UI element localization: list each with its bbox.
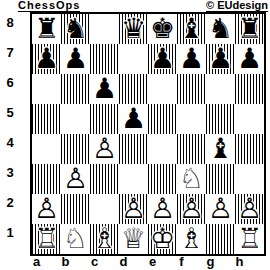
piece-glyph: ♟: [90, 74, 119, 104]
rank-labels: 87654321: [0, 14, 20, 254]
file-label-c: c: [80, 255, 109, 269]
square-g5[interactable]: [206, 104, 235, 134]
square-b1[interactable]: ♞♘: [61, 224, 90, 254]
piece-black-bishop-g4[interactable]: ♝: [206, 134, 235, 164]
square-e8[interactable]: ♚: [148, 14, 177, 44]
piece-black-pawn-h7[interactable]: ♟: [235, 44, 264, 74]
square-h3[interactable]: [235, 164, 264, 194]
piece-black-queen-d8[interactable]: ♛: [119, 14, 148, 44]
rank-label-7: 7: [0, 38, 20, 68]
square-h1[interactable]: ♜♖: [235, 224, 264, 254]
square-f5[interactable]: [177, 104, 206, 134]
piece-outline-glyph: ♘: [177, 164, 206, 194]
piece-glyph: ♞: [61, 14, 90, 44]
square-h5[interactable]: [235, 104, 264, 134]
square-c2[interactable]: [90, 194, 119, 224]
square-a1[interactable]: ♜♖: [32, 224, 61, 254]
square-e6[interactable]: [148, 74, 177, 104]
square-d7[interactable]: [119, 44, 148, 74]
piece-outline-glyph: ♖: [235, 224, 264, 254]
square-h6[interactable]: [235, 74, 264, 104]
square-c7[interactable]: [90, 44, 119, 74]
piece-white-pawn-b3[interactable]: ♟♙: [61, 164, 90, 194]
piece-black-rook-a8[interactable]: ♜: [32, 14, 61, 44]
square-e4[interactable]: [148, 134, 177, 164]
file-labels: abcdefgh: [32, 255, 264, 269]
piece-white-bishop-f1[interactable]: ♝♗: [177, 224, 206, 254]
piece-white-queen-d1[interactable]: ♛♕: [119, 224, 148, 254]
piece-black-pawn-d5[interactable]: ♟: [119, 104, 148, 134]
piece-white-rook-h1[interactable]: ♜♖: [235, 224, 264, 254]
square-f2[interactable]: ♟♙: [177, 194, 206, 224]
square-d8[interactable]: ♛: [119, 14, 148, 44]
file-label-f: f: [167, 255, 196, 269]
piece-white-pawn-f2[interactable]: ♟♙: [177, 194, 206, 224]
square-d2[interactable]: ♟♙: [119, 194, 148, 224]
square-f1[interactable]: ♝♗: [177, 224, 206, 254]
piece-glyph: ♟: [235, 44, 264, 74]
file-label-h: h: [225, 255, 254, 269]
piece-black-pawn-a7[interactable]: ♟: [32, 44, 61, 74]
square-c6[interactable]: ♟: [90, 74, 119, 104]
piece-glyph: ♟: [177, 44, 206, 74]
piece-glyph: ♛: [119, 14, 148, 44]
piece-glyph: ♜: [235, 14, 264, 44]
square-a3[interactable]: [32, 164, 61, 194]
piece-black-pawn-f7[interactable]: ♟: [177, 44, 206, 74]
piece-glyph: ♟: [148, 44, 177, 74]
file-label-b: b: [51, 255, 80, 269]
piece-outline-glyph: ♙: [206, 194, 235, 224]
piece-glyph: ♟: [32, 44, 61, 74]
square-f8[interactable]: ♝: [177, 14, 206, 44]
square-b5[interactable]: [61, 104, 90, 134]
app-title: ChessOps: [18, 0, 80, 12]
piece-outline-glyph: ♙: [148, 194, 177, 224]
piece-white-pawn-g2[interactable]: ♟♙: [206, 194, 235, 224]
credit-label: © EUdesign: [206, 0, 268, 12]
piece-outline-glyph: ♖: [32, 224, 61, 254]
piece-black-pawn-c6[interactable]: ♟: [90, 74, 119, 104]
square-f4[interactable]: [177, 134, 206, 164]
piece-black-bishop-f8[interactable]: ♝: [177, 14, 206, 44]
rank-label-5: 5: [0, 98, 20, 128]
square-h7[interactable]: ♟: [235, 44, 264, 74]
square-e1[interactable]: ♚♔: [148, 224, 177, 254]
square-g8[interactable]: ♞: [206, 14, 235, 44]
square-g2[interactable]: ♟♙: [206, 194, 235, 224]
file-label-e: e: [138, 255, 167, 269]
piece-outline-glyph: ♙: [90, 134, 119, 164]
piece-glyph: ♝: [206, 134, 235, 164]
piece-outline-glyph: ♙: [61, 164, 90, 194]
square-g4[interactable]: ♝: [206, 134, 235, 164]
piece-black-pawn-b7[interactable]: ♟: [61, 44, 90, 74]
piece-outline-glyph: ♘: [61, 224, 90, 254]
piece-white-pawn-d2[interactable]: ♟♙: [119, 194, 148, 224]
piece-glyph: ♟: [61, 44, 90, 74]
piece-glyph: ♟: [206, 44, 235, 74]
square-g3[interactable]: [206, 164, 235, 194]
square-b3[interactable]: ♟♙: [61, 164, 90, 194]
piece-white-knight-f3[interactable]: ♞♘: [177, 164, 206, 194]
piece-black-pawn-e7[interactable]: ♟: [148, 44, 177, 74]
piece-glyph: ♞: [206, 14, 235, 44]
square-e5[interactable]: [148, 104, 177, 134]
square-d6[interactable]: [119, 74, 148, 104]
square-d4[interactable]: [119, 134, 148, 164]
rank-label-8: 8: [0, 8, 20, 38]
square-a8[interactable]: ♜: [32, 14, 61, 44]
piece-black-knight-b8[interactable]: ♞: [61, 14, 90, 44]
file-label-a: a: [22, 255, 51, 269]
piece-black-king-e8[interactable]: ♚: [148, 14, 177, 44]
piece-outline-glyph: ♗: [90, 224, 119, 254]
square-d3[interactable]: [119, 164, 148, 194]
piece-white-knight-b1[interactable]: ♞♘: [61, 224, 90, 254]
square-e3[interactable]: [148, 164, 177, 194]
file-label-g: g: [196, 255, 225, 269]
square-b4[interactable]: [61, 134, 90, 164]
piece-glyph: ♜: [32, 14, 61, 44]
square-c4[interactable]: ♟♙: [90, 134, 119, 164]
square-c8[interactable]: [90, 14, 119, 44]
piece-white-rook-a1[interactable]: ♜♖: [32, 224, 61, 254]
square-d1[interactable]: ♛♕: [119, 224, 148, 254]
square-d5[interactable]: ♟: [119, 104, 148, 134]
piece-glyph: ♟: [119, 104, 148, 134]
square-f6[interactable]: [177, 74, 206, 104]
rank-label-1: 1: [0, 218, 20, 248]
square-a5[interactable]: [32, 104, 61, 134]
square-a4[interactable]: [32, 134, 61, 164]
piece-outline-glyph: ♙: [32, 194, 61, 224]
square-c5[interactable]: [90, 104, 119, 134]
rank-label-3: 3: [0, 158, 20, 188]
rank-label-4: 4: [0, 128, 20, 158]
square-e2[interactable]: ♟♙: [148, 194, 177, 224]
square-b6[interactable]: [61, 74, 90, 104]
piece-outline-glyph: ♗: [177, 224, 206, 254]
square-g7[interactable]: ♟: [206, 44, 235, 74]
square-c3[interactable]: [90, 164, 119, 194]
piece-white-pawn-e2[interactable]: ♟♙: [148, 194, 177, 224]
square-e7[interactable]: ♟: [148, 44, 177, 74]
square-a2[interactable]: ♟♙: [32, 194, 61, 224]
square-g6[interactable]: [206, 74, 235, 104]
square-g1[interactable]: [206, 224, 235, 254]
piece-white-bishop-c1[interactable]: ♝♗: [90, 224, 119, 254]
square-b8[interactable]: ♞: [61, 14, 90, 44]
rank-label-6: 6: [0, 68, 20, 98]
piece-outline-glyph: ♙: [119, 194, 148, 224]
piece-white-pawn-c4[interactable]: ♟♙: [90, 134, 119, 164]
square-b7[interactable]: ♟: [61, 44, 90, 74]
piece-white-pawn-h2[interactable]: ♟♙: [235, 194, 264, 224]
square-h4[interactable]: [235, 134, 264, 164]
square-f3[interactable]: ♞♘: [177, 164, 206, 194]
square-a7[interactable]: ♟: [32, 44, 61, 74]
piece-outline-glyph: ♙: [177, 194, 206, 224]
square-a6[interactable]: [32, 74, 61, 104]
piece-glyph: ♝: [177, 14, 206, 44]
piece-black-knight-g8[interactable]: ♞: [206, 14, 235, 44]
square-f7[interactable]: ♟: [177, 44, 206, 74]
piece-outline-glyph: ♔: [148, 224, 177, 254]
square-h8[interactable]: ♜: [235, 14, 264, 44]
piece-glyph: ♚: [148, 14, 177, 44]
piece-white-pawn-a2[interactable]: ♟♙: [32, 194, 61, 224]
piece-black-pawn-g7[interactable]: ♟: [206, 44, 235, 74]
piece-outline-glyph: ♕: [119, 224, 148, 254]
file-label-d: d: [109, 255, 138, 269]
square-b2[interactable]: [61, 194, 90, 224]
piece-black-rook-h8[interactable]: ♜: [235, 14, 264, 44]
chessops-diagram: ChessOps © EUdesign 87654321 ♜♞♛♚♝♞♜♟♟♟♟…: [0, 0, 270, 270]
chess-board: ♜♞♛♚♝♞♜♟♟♟♟♟♟♟♟♟♙♝♟♙♞♘♟♙♟♙♟♙♟♙♟♙♟♙♜♖♞♘♝♗…: [30, 12, 266, 256]
square-h2[interactable]: ♟♙: [235, 194, 264, 224]
piece-outline-glyph: ♙: [235, 194, 264, 224]
square-c1[interactable]: ♝♗: [90, 224, 119, 254]
rank-label-2: 2: [0, 188, 20, 218]
piece-white-king-e1[interactable]: ♚♔: [148, 224, 177, 254]
